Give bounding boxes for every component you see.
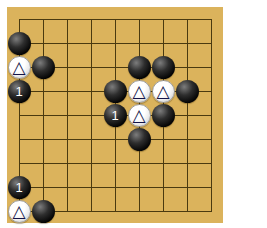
intersection[interactable] — [55, 7, 79, 31]
intersection[interactable] — [79, 199, 103, 223]
intersection[interactable] — [199, 175, 223, 199]
intersection[interactable] — [127, 127, 151, 151]
intersection[interactable] — [31, 151, 55, 175]
intersection[interactable] — [127, 151, 151, 175]
intersection[interactable] — [79, 103, 103, 127]
black-stone[interactable] — [152, 104, 175, 127]
intersection[interactable] — [175, 31, 199, 55]
white-stone[interactable]: △ — [128, 104, 151, 127]
intersection[interactable] — [79, 127, 103, 151]
intersection[interactable] — [103, 79, 127, 103]
intersection[interactable] — [7, 127, 31, 151]
intersection[interactable] — [7, 151, 31, 175]
go-diagram: △1△△1△1△ — [0, 0, 267, 228]
black-stone[interactable]: 1 — [8, 176, 31, 199]
intersection[interactable] — [55, 31, 79, 55]
triangle-marker: △ — [132, 107, 145, 124]
intersection[interactable] — [151, 127, 175, 151]
intersection[interactable] — [103, 175, 127, 199]
intersection[interactable] — [175, 79, 199, 103]
triangle-marker: △ — [12, 203, 25, 220]
intersection[interactable] — [151, 151, 175, 175]
intersection[interactable] — [103, 199, 127, 223]
intersection[interactable] — [55, 127, 79, 151]
intersection[interactable]: △ — [151, 79, 175, 103]
black-stone[interactable] — [32, 200, 55, 223]
intersection[interactable] — [55, 175, 79, 199]
intersection[interactable] — [199, 7, 223, 31]
intersection[interactable] — [199, 55, 223, 79]
intersection[interactable] — [127, 175, 151, 199]
intersection[interactable]: 1 — [7, 79, 31, 103]
intersection[interactable] — [103, 7, 127, 31]
intersection[interactable] — [127, 31, 151, 55]
white-stone[interactable]: △ — [8, 200, 31, 223]
move-number-label: 1 — [111, 109, 118, 122]
intersection[interactable] — [31, 55, 55, 79]
intersection[interactable] — [55, 199, 79, 223]
white-stone[interactable]: △ — [152, 80, 175, 103]
intersection[interactable] — [151, 199, 175, 223]
intersection[interactable] — [151, 31, 175, 55]
intersection[interactable] — [199, 103, 223, 127]
intersection[interactable] — [175, 103, 199, 127]
intersection[interactable] — [79, 151, 103, 175]
intersection[interactable] — [31, 7, 55, 31]
intersection[interactable] — [7, 7, 31, 31]
intersection[interactable] — [127, 55, 151, 79]
intersection[interactable] — [31, 79, 55, 103]
intersection[interactable] — [127, 7, 151, 31]
triangle-marker: △ — [12, 59, 25, 76]
move-number-label: 1 — [15, 85, 22, 98]
intersection[interactable] — [151, 7, 175, 31]
intersection[interactable]: △ — [7, 199, 31, 223]
intersection[interactable] — [151, 55, 175, 79]
intersection[interactable] — [199, 151, 223, 175]
intersection[interactable]: △ — [7, 55, 31, 79]
intersection[interactable]: △ — [127, 79, 151, 103]
move-number-label: 1 — [15, 181, 22, 194]
intersection[interactable] — [199, 79, 223, 103]
intersection[interactable] — [55, 79, 79, 103]
black-stone[interactable] — [104, 80, 127, 103]
intersection[interactable] — [31, 199, 55, 223]
intersection[interactable]: 1 — [103, 103, 127, 127]
black-stone[interactable] — [152, 56, 175, 79]
intersection[interactable] — [31, 127, 55, 151]
intersection[interactable] — [175, 151, 199, 175]
intersection[interactable] — [175, 7, 199, 31]
intersection[interactable] — [79, 55, 103, 79]
intersection[interactable] — [31, 175, 55, 199]
intersection[interactable] — [79, 175, 103, 199]
stones-layer: △1△△1△1△ — [7, 7, 223, 223]
black-stone[interactable] — [32, 56, 55, 79]
intersection[interactable] — [127, 199, 151, 223]
intersection[interactable] — [199, 31, 223, 55]
intersection[interactable] — [151, 103, 175, 127]
intersection[interactable] — [103, 127, 127, 151]
intersection[interactable] — [151, 175, 175, 199]
white-stone[interactable]: △ — [8, 56, 31, 79]
intersection[interactable] — [175, 175, 199, 199]
intersection[interactable] — [7, 103, 31, 127]
intersection[interactable] — [199, 199, 223, 223]
intersection[interactable] — [55, 103, 79, 127]
intersection[interactable] — [103, 55, 127, 79]
black-stone[interactable] — [8, 32, 31, 55]
black-stone[interactable] — [128, 56, 151, 79]
intersection[interactable] — [55, 151, 79, 175]
intersection[interactable] — [7, 31, 31, 55]
white-stone[interactable]: △ — [128, 80, 151, 103]
intersection[interactable] — [31, 31, 55, 55]
intersection[interactable]: △ — [127, 103, 151, 127]
black-stone[interactable] — [176, 80, 199, 103]
intersection[interactable] — [79, 7, 103, 31]
intersection[interactable] — [199, 127, 223, 151]
intersection[interactable] — [103, 151, 127, 175]
go-board: △1△△1△1△ — [7, 7, 223, 223]
intersection[interactable] — [103, 31, 127, 55]
intersection[interactable]: 1 — [7, 175, 31, 199]
black-stone[interactable]: 1 — [104, 104, 127, 127]
black-stone[interactable]: 1 — [8, 80, 31, 103]
intersection[interactable] — [175, 55, 199, 79]
intersection[interactable] — [175, 199, 199, 223]
intersection[interactable] — [31, 103, 55, 127]
black-stone[interactable] — [128, 128, 151, 151]
triangle-marker: △ — [132, 83, 145, 100]
intersection[interactable] — [79, 79, 103, 103]
intersection[interactable] — [175, 127, 199, 151]
triangle-marker: △ — [156, 83, 169, 100]
intersection[interactable] — [55, 55, 79, 79]
intersection[interactable] — [79, 31, 103, 55]
